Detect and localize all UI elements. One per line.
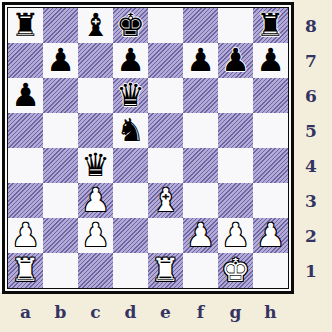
square-a2[interactable]: ♟ xyxy=(8,218,43,253)
white-pawn-h2[interactable]: ♟ xyxy=(256,218,285,253)
square-g7[interactable]: ♟ xyxy=(218,43,253,78)
square-g3[interactable] xyxy=(218,183,253,218)
file-label-f: f xyxy=(183,297,218,327)
white-pawn-c3[interactable]: ♟ xyxy=(81,183,110,218)
rank-label-6: 6 xyxy=(296,78,326,113)
square-f3[interactable] xyxy=(183,183,218,218)
square-a7[interactable] xyxy=(8,43,43,78)
square-c4[interactable]: ♛ xyxy=(78,148,113,183)
square-e8[interactable] xyxy=(148,8,183,43)
white-rook-e1[interactable]: ♜ xyxy=(151,253,180,288)
file-label-h: h xyxy=(253,297,288,327)
square-e7[interactable] xyxy=(148,43,183,78)
square-g5[interactable] xyxy=(218,113,253,148)
black-pawn-h7[interactable]: ♟ xyxy=(256,43,285,78)
square-e3[interactable]: ♝ xyxy=(148,183,183,218)
white-pawn-f2[interactable]: ♟ xyxy=(186,218,215,253)
black-knight-d5[interactable]: ♞ xyxy=(116,113,145,148)
square-a5[interactable] xyxy=(8,113,43,148)
square-h4[interactable] xyxy=(253,148,288,183)
square-f4[interactable] xyxy=(183,148,218,183)
black-queen-d6[interactable]: ♛ xyxy=(116,78,145,113)
square-b3[interactable] xyxy=(43,183,78,218)
rank-label-7: 7 xyxy=(296,43,326,78)
file-label-c: c xyxy=(78,297,113,327)
square-b7[interactable]: ♟ xyxy=(43,43,78,78)
square-e5[interactable] xyxy=(148,113,183,148)
square-e2[interactable] xyxy=(148,218,183,253)
square-c8[interactable]: ♝ xyxy=(78,8,113,43)
black-rook-h8[interactable]: ♜ xyxy=(256,8,285,43)
square-d6[interactable]: ♛ xyxy=(113,78,148,113)
square-b2[interactable] xyxy=(43,218,78,253)
square-c1[interactable] xyxy=(78,253,113,288)
square-g4[interactable] xyxy=(218,148,253,183)
square-f6[interactable] xyxy=(183,78,218,113)
square-g6[interactable] xyxy=(218,78,253,113)
square-a4[interactable] xyxy=(8,148,43,183)
file-label-a: a xyxy=(8,297,43,327)
square-h8[interactable]: ♜ xyxy=(253,8,288,43)
square-f8[interactable] xyxy=(183,8,218,43)
black-pawn-f7[interactable]: ♟ xyxy=(186,43,215,78)
white-rook-a1[interactable]: ♜ xyxy=(11,253,40,288)
rank-label-4: 4 xyxy=(296,148,326,183)
square-d1[interactable] xyxy=(113,253,148,288)
square-f7[interactable]: ♟ xyxy=(183,43,218,78)
white-pawn-g2[interactable]: ♟ xyxy=(221,218,250,253)
square-b6[interactable] xyxy=(43,78,78,113)
file-label-e: e xyxy=(148,297,183,327)
black-queen-c4[interactable]: ♛ xyxy=(81,148,110,183)
file-label-d: d xyxy=(113,297,148,327)
rank-label-8: 8 xyxy=(296,8,326,43)
square-c2[interactable]: ♟ xyxy=(78,218,113,253)
square-d8[interactable]: ♚ xyxy=(113,8,148,43)
white-bishop-e3[interactable]: ♝ xyxy=(151,183,180,218)
black-pawn-d7[interactable]: ♟ xyxy=(116,43,145,78)
square-h6[interactable] xyxy=(253,78,288,113)
white-pawn-c2[interactable]: ♟ xyxy=(81,218,110,253)
square-c3[interactable]: ♟ xyxy=(78,183,113,218)
rank-label-2: 2 xyxy=(296,218,326,253)
square-e4[interactable] xyxy=(148,148,183,183)
black-bishop-c8[interactable]: ♝ xyxy=(81,8,110,43)
rank-labels: 87654321 xyxy=(296,8,326,288)
file-label-b: b xyxy=(43,297,78,327)
file-label-g: g xyxy=(218,297,253,327)
square-f2[interactable]: ♟ xyxy=(183,218,218,253)
square-e6[interactable] xyxy=(148,78,183,113)
square-b8[interactable] xyxy=(43,8,78,43)
square-d2[interactable] xyxy=(113,218,148,253)
square-h5[interactable] xyxy=(253,113,288,148)
square-b4[interactable] xyxy=(43,148,78,183)
square-c7[interactable] xyxy=(78,43,113,78)
white-king-g1[interactable]: ♚ xyxy=(221,253,250,288)
square-b5[interactable] xyxy=(43,113,78,148)
square-d5[interactable]: ♞ xyxy=(113,113,148,148)
square-a8[interactable]: ♜ xyxy=(8,8,43,43)
chess-board[interactable]: ♜♝♚♜♟♟♟♟♟♟♛♞♛♟♝♟♟♟♟♟♜♜♚ xyxy=(8,8,288,288)
square-g2[interactable]: ♟ xyxy=(218,218,253,253)
square-g8[interactable] xyxy=(218,8,253,43)
square-a3[interactable] xyxy=(8,183,43,218)
rank-label-5: 5 xyxy=(296,113,326,148)
square-d7[interactable]: ♟ xyxy=(113,43,148,78)
white-pawn-a2[interactable]: ♟ xyxy=(11,218,40,253)
square-b1[interactable] xyxy=(43,253,78,288)
square-c6[interactable] xyxy=(78,78,113,113)
rank-label-3: 3 xyxy=(296,183,326,218)
square-a6[interactable]: ♟ xyxy=(8,78,43,113)
black-pawn-g7[interactable]: ♟ xyxy=(221,43,250,78)
square-h3[interactable] xyxy=(253,183,288,218)
chess-board-frame: ♜♝♚♜♟♟♟♟♟♟♛♞♛♟♝♟♟♟♟♟♜♜♚ xyxy=(2,2,294,294)
square-a1[interactable]: ♜ xyxy=(8,253,43,288)
black-rook-a8[interactable]: ♜ xyxy=(11,8,40,43)
square-h1[interactable] xyxy=(253,253,288,288)
square-d4[interactable] xyxy=(113,148,148,183)
square-f1[interactable] xyxy=(183,253,218,288)
file-labels: abcdefgh xyxy=(8,297,288,327)
square-e1[interactable]: ♜ xyxy=(148,253,183,288)
frame-gap: ♜♝♚♜♟♟♟♟♟♟♛♞♛♟♝♟♟♟♟♟♜♜♚ xyxy=(5,5,291,291)
square-f5[interactable] xyxy=(183,113,218,148)
square-h7[interactable]: ♟ xyxy=(253,43,288,78)
square-g1[interactable]: ♚ xyxy=(218,253,253,288)
frame-inner: ♜♝♚♜♟♟♟♟♟♟♛♞♛♟♝♟♟♟♟♟♜♜♚ xyxy=(7,7,289,289)
square-d3[interactable] xyxy=(113,183,148,218)
square-c5[interactable] xyxy=(78,113,113,148)
black-king-d8[interactable]: ♚ xyxy=(116,8,145,43)
square-h2[interactable]: ♟ xyxy=(253,218,288,253)
black-pawn-b7[interactable]: ♟ xyxy=(46,43,75,78)
rank-label-1: 1 xyxy=(296,253,326,288)
black-pawn-a6[interactable]: ♟ xyxy=(11,78,40,113)
